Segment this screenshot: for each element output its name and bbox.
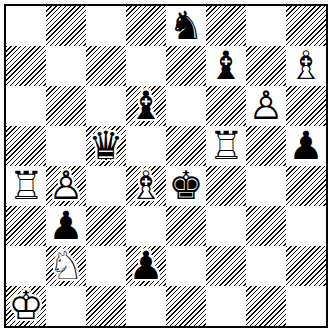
square-g1[interactable] [246,286,286,326]
square-d7[interactable] [126,46,166,86]
square-f6[interactable] [206,86,246,126]
square-d6[interactable]: ♝ [126,86,166,126]
square-f4[interactable] [206,166,246,206]
square-f8[interactable] [206,6,246,46]
square-e4[interactable]: ♚ [166,166,206,206]
white-bishop-outline: ♗ [129,163,164,208]
white-rook: ♜♖ [206,126,246,166]
square-g7[interactable] [246,46,286,86]
square-h4[interactable] [286,166,326,206]
square-e6[interactable] [166,86,206,126]
square-a1[interactable]: ♚♔ [6,286,46,326]
square-f2[interactable] [206,246,246,286]
black-bishop: ♝ [126,86,166,126]
square-b6[interactable] [46,86,86,126]
black-pawn: ♟ [46,206,86,246]
white-bishop: ♝♗ [286,46,326,86]
square-g3[interactable] [246,206,286,246]
square-b8[interactable] [46,6,86,46]
square-b7[interactable] [46,46,86,86]
square-a6[interactable] [6,86,46,126]
white-rook-outline: ♖ [209,123,244,168]
black-king: ♚ [166,166,206,206]
square-f1[interactable] [206,286,246,326]
white-pawn: ♟♙ [246,86,286,126]
square-h6[interactable] [286,86,326,126]
square-e8[interactable]: ♞ [166,6,206,46]
square-c6[interactable] [86,86,126,126]
square-c7[interactable] [86,46,126,86]
square-e7[interactable] [166,46,206,86]
square-g5[interactable] [246,126,286,166]
white-knight: ♞♘ [46,246,86,286]
white-pawn: ♟♙ [46,166,86,206]
square-d8[interactable] [126,6,166,46]
square-f3[interactable] [206,206,246,246]
square-a5[interactable] [6,126,46,166]
square-g2[interactable] [246,246,286,286]
white-king: ♚♔ [6,286,46,326]
square-e1[interactable] [166,286,206,326]
square-c2[interactable] [86,246,126,286]
square-h8[interactable] [286,6,326,46]
square-h1[interactable] [286,286,326,326]
square-g4[interactable] [246,166,286,206]
square-d4[interactable]: ♝♗ [126,166,166,206]
square-b2[interactable]: ♞♘ [46,246,86,286]
square-a4[interactable]: ♜♖ [6,166,46,206]
square-a3[interactable] [6,206,46,246]
square-h3[interactable] [286,206,326,246]
square-g6[interactable]: ♟♙ [246,86,286,126]
square-f5[interactable]: ♜♖ [206,126,246,166]
square-e2[interactable] [166,246,206,286]
white-bishop-outline: ♗ [289,43,324,88]
white-knight-outline: ♘ [49,243,84,288]
square-b3[interactable]: ♟ [46,206,86,246]
square-a2[interactable] [6,246,46,286]
square-c1[interactable] [86,286,126,326]
square-c8[interactable] [86,6,126,46]
square-b5[interactable] [46,126,86,166]
square-e5[interactable] [166,126,206,166]
square-h7[interactable]: ♝♗ [286,46,326,86]
chess-board: ♞♝♝♗♝♟♙♛♜♖♟♜♖♟♙♝♗♚♟♞♘♟♚♔ [4,4,328,328]
square-h2[interactable] [286,246,326,286]
black-pawn: ♟ [286,126,326,166]
black-bishop: ♝ [206,46,246,86]
square-d1[interactable] [126,286,166,326]
white-king-outline: ♔ [9,283,44,328]
square-h5[interactable]: ♟ [286,126,326,166]
square-d2[interactable]: ♟ [126,246,166,286]
square-b1[interactable] [46,286,86,326]
square-d3[interactable] [126,206,166,246]
square-a8[interactable] [6,6,46,46]
square-c4[interactable] [86,166,126,206]
white-bishop: ♝♗ [126,166,166,206]
square-c5[interactable]: ♛ [86,126,126,166]
square-f7[interactable]: ♝ [206,46,246,86]
square-g8[interactable] [246,6,286,46]
square-c3[interactable] [86,206,126,246]
white-rook-outline: ♖ [9,163,44,208]
white-rook: ♜♖ [6,166,46,206]
black-queen: ♛ [86,126,126,166]
square-e3[interactable] [166,206,206,246]
chess-diagram: ♞♝♝♗♝♟♙♛♜♖♟♜♖♟♙♝♗♚♟♞♘♟♚♔ [0,0,332,332]
white-pawn-outline: ♙ [49,163,84,208]
square-b4[interactable]: ♟♙ [46,166,86,206]
black-knight: ♞ [166,6,206,46]
square-a7[interactable] [6,46,46,86]
white-pawn-outline: ♙ [249,83,284,128]
black-pawn: ♟ [126,246,166,286]
square-d5[interactable] [126,126,166,166]
